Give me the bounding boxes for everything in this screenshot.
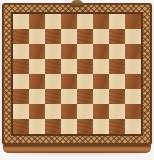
- square-h2: [125, 104, 141, 119]
- square-g3: [109, 89, 125, 104]
- square-f7: [93, 29, 109, 44]
- square-c2: [45, 104, 61, 119]
- square-a2: [13, 104, 29, 119]
- square-a7: [13, 29, 29, 44]
- square-a6: [13, 44, 29, 59]
- square-c3: [45, 89, 61, 104]
- square-b6: [29, 44, 45, 59]
- square-b3: [29, 89, 45, 104]
- square-g5: [109, 59, 125, 74]
- square-d1: [61, 119, 77, 134]
- square-h3: [125, 89, 141, 104]
- square-f2: [93, 104, 109, 119]
- square-e7: [77, 29, 93, 44]
- square-d4: [61, 74, 77, 89]
- square-f4: [93, 74, 109, 89]
- square-b5: [29, 59, 45, 74]
- square-e5: [77, 59, 93, 74]
- square-f3: [93, 89, 109, 104]
- square-d2: [61, 104, 77, 119]
- square-f8: [93, 14, 109, 29]
- square-c5: [45, 59, 61, 74]
- square-h7: [125, 29, 141, 44]
- square-h1: [125, 119, 141, 134]
- square-e6: [77, 44, 93, 59]
- drop-shadow: [8, 152, 146, 155]
- square-c1: [45, 119, 61, 134]
- square-b8: [29, 14, 45, 29]
- clasp-hinge-icon: [71, 0, 83, 7]
- square-c7: [45, 29, 61, 44]
- board-frame-inlay: [4, 5, 150, 143]
- square-g6: [109, 44, 125, 59]
- square-c8: [45, 14, 61, 29]
- square-d8: [61, 14, 77, 29]
- square-a8: [13, 14, 29, 29]
- square-h8: [125, 14, 141, 29]
- square-g7: [109, 29, 125, 44]
- square-f6: [93, 44, 109, 59]
- square-f1: [93, 119, 109, 134]
- square-e2: [77, 104, 93, 119]
- square-e1: [77, 119, 93, 134]
- square-h4: [125, 74, 141, 89]
- board-grid: [13, 14, 141, 134]
- square-d5: [61, 59, 77, 74]
- square-c4: [45, 74, 61, 89]
- square-d3: [61, 89, 77, 104]
- square-a4: [13, 74, 29, 89]
- square-e8: [77, 14, 93, 29]
- square-b4: [29, 74, 45, 89]
- square-g4: [109, 74, 125, 89]
- square-a3: [13, 89, 29, 104]
- square-f5: [93, 59, 109, 74]
- square-b1: [29, 119, 45, 134]
- chess-board: [2, 3, 152, 145]
- square-b7: [29, 29, 45, 44]
- square-a1: [13, 119, 29, 134]
- square-c6: [45, 44, 61, 59]
- square-b2: [29, 104, 45, 119]
- square-d6: [61, 44, 77, 59]
- square-g2: [109, 104, 125, 119]
- square-g1: [109, 119, 125, 134]
- square-h6: [125, 44, 141, 59]
- square-e4: [77, 74, 93, 89]
- square-d7: [61, 29, 77, 44]
- square-h5: [125, 59, 141, 74]
- board-playing-field: [11, 12, 143, 136]
- square-e3: [77, 89, 93, 104]
- product-photo-chess-board[interactable]: [0, 0, 154, 160]
- square-a5: [13, 59, 29, 74]
- square-g8: [109, 14, 125, 29]
